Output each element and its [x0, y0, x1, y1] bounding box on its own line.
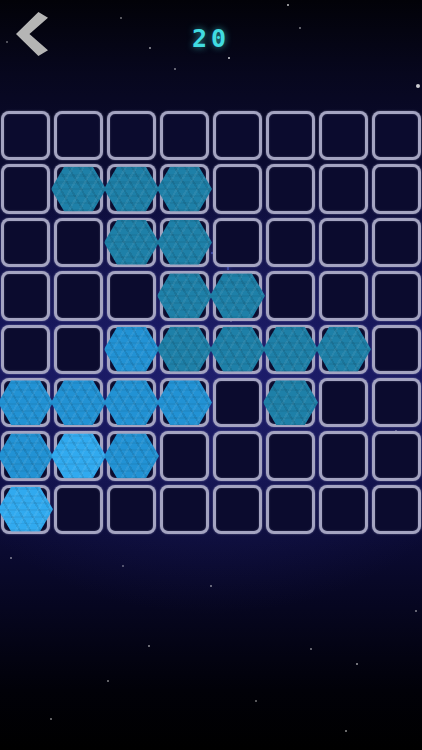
hex-tile: [51, 433, 106, 478]
board-cell-r0c2[interactable]: [107, 111, 156, 160]
board-cell-r3c7[interactable]: [372, 271, 421, 320]
board-cell-r6c1[interactable]: [54, 431, 103, 480]
hex-tile: [0, 380, 53, 425]
hex-tile: [104, 167, 159, 212]
board-cell-r1c6[interactable]: [319, 164, 368, 213]
board-cell-r2c0[interactable]: [1, 218, 50, 267]
board-cell-r7c5[interactable]: [266, 485, 315, 534]
hex-tile: [157, 220, 212, 265]
hex-tile: [263, 380, 318, 425]
board-cell-r6c5[interactable]: [266, 431, 315, 480]
board-cell-r7c4[interactable]: [213, 485, 262, 534]
board-cell-r6c7[interactable]: [372, 431, 421, 480]
board-cell-r7c6[interactable]: [319, 485, 368, 534]
hex-tile: [0, 433, 53, 478]
hex-tile: [104, 380, 159, 425]
board-cell-r3c6[interactable]: [319, 271, 368, 320]
board-cell-r1c0[interactable]: [1, 164, 50, 213]
board-cell-r4c1[interactable]: [54, 325, 103, 374]
hex-tile: [51, 380, 106, 425]
board-cell-r0c1[interactable]: [54, 111, 103, 160]
board-cell-r3c4[interactable]: [213, 271, 262, 320]
hex-tile: [0, 487, 53, 532]
board-cell-r3c0[interactable]: [1, 271, 50, 320]
board-cell-r2c4[interactable]: [213, 218, 262, 267]
board-cell-r1c1[interactable]: [54, 164, 103, 213]
hex-tile: [157, 380, 212, 425]
hex-tile: [157, 327, 212, 372]
board-cell-r0c5[interactable]: [266, 111, 315, 160]
board-cell-r5c4[interactable]: [213, 378, 262, 427]
board-cell-r0c0[interactable]: [1, 111, 50, 160]
piece-tray: [0, 540, 422, 640]
board-cell-r4c5[interactable]: [266, 325, 315, 374]
board-cell-r7c2[interactable]: [107, 485, 156, 534]
board-cell-r1c3[interactable]: [160, 164, 209, 213]
board-cell-r5c7[interactable]: [372, 378, 421, 427]
hex-tile: [316, 327, 371, 372]
hex-tile: [104, 327, 159, 372]
score-display: 20: [0, 24, 422, 53]
board-cell-r5c1[interactable]: [54, 378, 103, 427]
board-cell-r1c5[interactable]: [266, 164, 315, 213]
board-cell-r5c6[interactable]: [319, 378, 368, 427]
board-cell-r6c6[interactable]: [319, 431, 368, 480]
board-cell-r2c5[interactable]: [266, 218, 315, 267]
board-cell-r4c7[interactable]: [372, 325, 421, 374]
board-cell-r0c4[interactable]: [213, 111, 262, 160]
board-cell-r2c7[interactable]: [372, 218, 421, 267]
hex-tile: [157, 273, 212, 318]
board-cell-r5c0[interactable]: [1, 378, 50, 427]
hex-tile: [157, 167, 212, 212]
board-cell-r4c0[interactable]: [1, 325, 50, 374]
board-cell-r2c2[interactable]: [107, 218, 156, 267]
board-cell-r1c4[interactable]: [213, 164, 262, 213]
hex-tile: [210, 327, 265, 372]
board-cell-r5c3[interactable]: [160, 378, 209, 427]
board-cell-r1c7[interactable]: [372, 164, 421, 213]
board-cell-r3c3[interactable]: [160, 271, 209, 320]
board-cell-r1c2[interactable]: [107, 164, 156, 213]
board-cell-r6c0[interactable]: [1, 431, 50, 480]
board-cell-r7c1[interactable]: [54, 485, 103, 534]
board-cell-r4c6[interactable]: [319, 325, 368, 374]
board-cell-r7c7[interactable]: [372, 485, 421, 534]
board-cell-r7c0[interactable]: [1, 485, 50, 534]
board-cell-r0c3[interactable]: [160, 111, 209, 160]
board-cell-r4c3[interactable]: [160, 325, 209, 374]
board-cell-r3c5[interactable]: [266, 271, 315, 320]
board-cell-r4c4[interactable]: [213, 325, 262, 374]
board-cell-r4c2[interactable]: [107, 325, 156, 374]
hex-tile: [263, 327, 318, 372]
board-cell-r3c1[interactable]: [54, 271, 103, 320]
board-cell-r2c3[interactable]: [160, 218, 209, 267]
board-cell-r2c1[interactable]: [54, 218, 103, 267]
hex-tile: [104, 220, 159, 265]
board-cell-r0c6[interactable]: [319, 111, 368, 160]
board-cell-r5c2[interactable]: [107, 378, 156, 427]
board-cell-r7c3[interactable]: [160, 485, 209, 534]
hex-tile: [210, 273, 265, 318]
board-cell-r3c2[interactable]: [107, 271, 156, 320]
board-cell-r6c2[interactable]: [107, 431, 156, 480]
hex-tile: [104, 433, 159, 478]
board-cell-r2c6[interactable]: [319, 218, 368, 267]
board-cell-r0c7[interactable]: [372, 111, 421, 160]
board-cell-r6c4[interactable]: [213, 431, 262, 480]
board-grid[interactable]: [1, 111, 421, 534]
board-cell-r5c5[interactable]: [266, 378, 315, 427]
hex-tile: [51, 167, 106, 212]
board-cell-r6c3[interactable]: [160, 431, 209, 480]
top-bar: 20: [0, 0, 422, 64]
